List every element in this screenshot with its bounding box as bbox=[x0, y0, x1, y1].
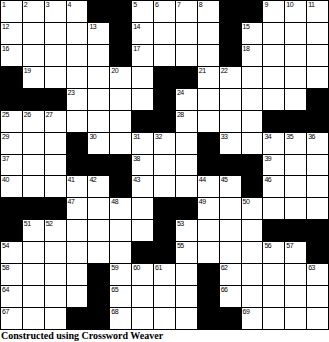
cell-r1c4[interactable]: 4 bbox=[67, 1, 88, 22]
cell-r7c11[interactable]: 33 bbox=[220, 133, 241, 154]
cell-r14c6[interactable]: 65 bbox=[110, 286, 131, 307]
clue-number-48: 48 bbox=[111, 198, 118, 206]
cell-r13c13[interactable] bbox=[263, 264, 284, 285]
black-cell-r6c8 bbox=[154, 111, 175, 132]
black-cell-r6c13 bbox=[263, 111, 284, 132]
cell-r3c4[interactable] bbox=[67, 45, 88, 66]
black-cell-r9c6 bbox=[110, 176, 131, 197]
clue-number-42: 42 bbox=[89, 176, 96, 184]
black-cell-r9c12 bbox=[242, 176, 263, 197]
cell-r11c3[interactable]: 52 bbox=[45, 220, 66, 241]
cell-r13c1[interactable]: 58 bbox=[1, 264, 22, 285]
clue-number-4: 4 bbox=[68, 1, 71, 9]
clue-number-69: 69 bbox=[243, 308, 250, 316]
clue-number-39: 39 bbox=[264, 155, 271, 163]
cell-r6c4[interactable] bbox=[67, 111, 88, 132]
cell-r13c14[interactable] bbox=[285, 264, 306, 285]
clue-number-22: 22 bbox=[221, 67, 228, 75]
cell-r10c10[interactable]: 49 bbox=[198, 198, 219, 219]
cell-r5c13[interactable] bbox=[263, 89, 284, 110]
cell-r1c15[interactable]: 11 bbox=[307, 1, 328, 22]
cell-r1c2[interactable]: 2 bbox=[23, 1, 44, 22]
clue-number-45: 45 bbox=[221, 176, 228, 184]
black-cell-r12c8 bbox=[154, 242, 175, 263]
clue-number-25: 25 bbox=[2, 111, 9, 119]
black-cell-r1c12 bbox=[242, 1, 263, 22]
cell-r13c3[interactable] bbox=[45, 264, 66, 285]
cell-r12c3[interactable] bbox=[45, 242, 66, 263]
black-cell-r8c5 bbox=[88, 155, 109, 176]
cell-r1c9[interactable]: 7 bbox=[176, 1, 197, 22]
cell-r3c10[interactable] bbox=[198, 45, 219, 66]
clue-number-14: 14 bbox=[133, 23, 140, 31]
cell-r3c7[interactable]: 17 bbox=[132, 45, 153, 66]
clue-number-34: 34 bbox=[264, 133, 271, 141]
cell-r14c12[interactable] bbox=[242, 286, 263, 307]
clue-number-62: 62 bbox=[221, 264, 228, 272]
cell-r6c1[interactable]: 25 bbox=[1, 111, 22, 132]
black-cell-r5c1 bbox=[1, 89, 22, 110]
black-cell-r13c10 bbox=[198, 264, 219, 285]
black-cell-r11c15 bbox=[307, 220, 328, 241]
black-cell-r15c5 bbox=[88, 308, 109, 329]
cell-r8c13[interactable]: 39 bbox=[263, 155, 284, 176]
cell-r1c7[interactable]: 5 bbox=[132, 1, 153, 22]
crossword-page: 1234567891011121314151617181920212223242… bbox=[0, 0, 329, 342]
clue-number-26: 26 bbox=[24, 111, 31, 119]
clue-number-36: 36 bbox=[308, 133, 315, 141]
cell-r13c4[interactable] bbox=[67, 264, 88, 285]
clue-number-11: 11 bbox=[308, 1, 314, 9]
cell-r15c12[interactable]: 69 bbox=[242, 308, 263, 329]
cell-r10c6[interactable]: 48 bbox=[110, 198, 131, 219]
cell-r7c9[interactable] bbox=[176, 133, 197, 154]
black-cell-r4c1 bbox=[1, 67, 22, 88]
cell-r15c8[interactable] bbox=[154, 308, 175, 329]
clue-number-31: 31 bbox=[133, 133, 140, 141]
cell-r10c4[interactable]: 47 bbox=[67, 198, 88, 219]
cell-r7c8[interactable]: 32 bbox=[154, 133, 175, 154]
cell-r6c2[interactable]: 26 bbox=[23, 111, 44, 132]
cell-r14c4[interactable] bbox=[67, 286, 88, 307]
black-cell-r12c15 bbox=[307, 242, 328, 263]
cell-r9c14[interactable] bbox=[285, 176, 306, 197]
cell-r1c14[interactable]: 10 bbox=[285, 1, 306, 22]
black-cell-r6c14 bbox=[285, 111, 306, 132]
cell-r6c3[interactable]: 27 bbox=[45, 111, 66, 132]
black-cell-r7c4 bbox=[67, 133, 88, 154]
cell-r6c5[interactable] bbox=[88, 111, 109, 132]
black-cell-r8c6 bbox=[110, 155, 131, 176]
clue-number-17: 17 bbox=[133, 45, 140, 53]
cell-r15c1[interactable]: 67 bbox=[1, 308, 22, 329]
cell-r15c9[interactable] bbox=[176, 308, 197, 329]
clue-number-12: 12 bbox=[2, 23, 9, 31]
cell-r13c2[interactable] bbox=[23, 264, 44, 285]
cell-r4c4[interactable] bbox=[67, 67, 88, 88]
cell-r14c9[interactable] bbox=[176, 286, 197, 307]
cell-r5c10[interactable] bbox=[198, 89, 219, 110]
cell-r12c11[interactable] bbox=[220, 242, 241, 263]
clue-number-47: 47 bbox=[68, 198, 75, 206]
cell-r7c2[interactable] bbox=[23, 133, 44, 154]
cell-r14c11[interactable]: 66 bbox=[220, 286, 241, 307]
cell-r5c4[interactable]: 23 bbox=[67, 89, 88, 110]
clue-number-63: 63 bbox=[308, 264, 315, 272]
cell-r2c2[interactable] bbox=[23, 23, 44, 44]
cell-r11c7[interactable] bbox=[132, 220, 153, 241]
cell-r3c15[interactable] bbox=[307, 45, 328, 66]
black-cell-r10c2 bbox=[23, 198, 44, 219]
clue-number-18: 18 bbox=[243, 45, 250, 53]
cell-r3c14[interactable] bbox=[285, 45, 306, 66]
black-cell-r10c1 bbox=[1, 198, 22, 219]
clue-number-20: 20 bbox=[111, 67, 118, 75]
clue-number-58: 58 bbox=[2, 264, 9, 272]
cell-r13c15[interactable]: 63 bbox=[307, 264, 328, 285]
black-cell-r2c11 bbox=[220, 23, 241, 44]
cell-r15c3[interactable] bbox=[45, 308, 66, 329]
cell-r2c9[interactable] bbox=[176, 23, 197, 44]
black-cell-r1c6 bbox=[110, 1, 131, 22]
black-cell-r4c8 bbox=[154, 67, 175, 88]
black-cell-r5c8 bbox=[154, 89, 175, 110]
clue-number-38: 38 bbox=[133, 155, 140, 163]
cell-r6c12[interactable] bbox=[242, 111, 263, 132]
cell-r2c12[interactable]: 15 bbox=[242, 23, 263, 44]
cell-r1c10[interactable]: 8 bbox=[198, 1, 219, 22]
cell-r4c11[interactable]: 22 bbox=[220, 67, 241, 88]
black-cell-r11c1 bbox=[1, 220, 22, 241]
clue-number-3: 3 bbox=[46, 1, 49, 9]
cell-r9c1[interactable]: 40 bbox=[1, 176, 22, 197]
cell-r3c13[interactable] bbox=[263, 45, 284, 66]
clue-number-24: 24 bbox=[177, 89, 184, 97]
cell-r4c2[interactable]: 19 bbox=[23, 67, 44, 88]
clue-number-13: 13 bbox=[89, 23, 96, 31]
clue-number-15: 15 bbox=[243, 23, 250, 31]
cell-r2c4[interactable] bbox=[67, 23, 88, 44]
cell-r11c4[interactable] bbox=[67, 220, 88, 241]
clue-number-1: 1 bbox=[2, 1, 5, 9]
cell-r7c14[interactable]: 35 bbox=[285, 133, 306, 154]
cell-r14c1[interactable]: 64 bbox=[1, 286, 22, 307]
black-cell-r8c10 bbox=[198, 155, 219, 176]
black-cell-r10c3 bbox=[45, 198, 66, 219]
cell-r5c5[interactable] bbox=[88, 89, 109, 110]
clue-number-67: 67 bbox=[2, 308, 9, 316]
clue-number-43: 43 bbox=[133, 176, 140, 184]
black-cell-r15c4 bbox=[67, 308, 88, 329]
cell-r5c9[interactable]: 24 bbox=[176, 89, 197, 110]
cell-r14c2[interactable] bbox=[23, 286, 44, 307]
cell-r11c9[interactable]: 53 bbox=[176, 220, 197, 241]
black-cell-r10c8 bbox=[154, 198, 175, 219]
black-cell-r8c11 bbox=[220, 155, 241, 176]
cell-r8c2[interactable] bbox=[23, 155, 44, 176]
clue-number-5: 5 bbox=[133, 1, 136, 9]
clue-number-10: 10 bbox=[286, 1, 293, 9]
cell-r2c1[interactable]: 12 bbox=[1, 23, 22, 44]
cell-r7c1[interactable]: 29 bbox=[1, 133, 22, 154]
cell-r5c14[interactable] bbox=[285, 89, 306, 110]
clue-number-49: 49 bbox=[199, 198, 206, 206]
cell-r5c12[interactable] bbox=[242, 89, 263, 110]
cell-r8c1[interactable]: 37 bbox=[1, 155, 22, 176]
cell-r14c13[interactable] bbox=[263, 286, 284, 307]
clue-number-2: 2 bbox=[24, 1, 27, 9]
cell-r3c8[interactable] bbox=[154, 45, 175, 66]
cell-r12c5[interactable] bbox=[88, 242, 109, 263]
cell-r6c9[interactable]: 28 bbox=[176, 111, 197, 132]
black-cell-r11c13 bbox=[263, 220, 284, 241]
cell-r10c13[interactable] bbox=[263, 198, 284, 219]
black-cell-r5c15 bbox=[307, 89, 328, 110]
cell-r12c10[interactable] bbox=[198, 242, 219, 263]
cell-r7c7[interactable]: 31 bbox=[132, 133, 153, 154]
cell-r9c11[interactable]: 45 bbox=[220, 176, 241, 197]
cell-r7c3[interactable] bbox=[45, 133, 66, 154]
clue-number-55: 55 bbox=[177, 242, 184, 250]
clue-number-27: 27 bbox=[46, 111, 53, 119]
cell-r2c10[interactable] bbox=[198, 23, 219, 44]
cell-r11c10[interactable] bbox=[198, 220, 219, 241]
cell-r15c13[interactable] bbox=[263, 308, 284, 329]
clue-number-21: 21 bbox=[199, 67, 206, 75]
cell-r3c3[interactable] bbox=[45, 45, 66, 66]
cell-r10c14[interactable] bbox=[285, 198, 306, 219]
cell-r13c7[interactable]: 60 bbox=[132, 264, 153, 285]
cell-r8c9[interactable] bbox=[176, 155, 197, 176]
cell-r9c13[interactable]: 46 bbox=[263, 176, 284, 197]
cell-r10c11[interactable] bbox=[220, 198, 241, 219]
clue-number-44: 44 bbox=[199, 176, 206, 184]
cell-r14c15[interactable] bbox=[307, 286, 328, 307]
cell-r2c13[interactable] bbox=[263, 23, 284, 44]
clue-number-23: 23 bbox=[68, 89, 75, 97]
clue-number-61: 61 bbox=[155, 264, 162, 272]
cell-r4c10[interactable]: 21 bbox=[198, 67, 219, 88]
clue-number-41: 41 bbox=[68, 176, 75, 184]
cell-r7c15[interactable]: 36 bbox=[307, 133, 328, 154]
black-cell-r13c5 bbox=[88, 264, 109, 285]
caption: Constructed using Crossword Weaver bbox=[1, 330, 329, 342]
cell-r15c14[interactable] bbox=[285, 308, 306, 329]
cell-r8c14[interactable] bbox=[285, 155, 306, 176]
cell-r15c7[interactable] bbox=[132, 308, 153, 329]
cell-r7c12[interactable] bbox=[242, 133, 263, 154]
cell-r3c12[interactable]: 18 bbox=[242, 45, 263, 66]
black-cell-r5c2 bbox=[23, 89, 44, 110]
black-cell-r15c11 bbox=[220, 308, 241, 329]
clue-number-64: 64 bbox=[2, 286, 9, 294]
cell-r6c11[interactable] bbox=[220, 111, 241, 132]
crossword-grid: 1234567891011121314151617181920212223242… bbox=[0, 0, 329, 330]
black-cell-r1c11 bbox=[220, 1, 241, 22]
cell-r13c6[interactable]: 59 bbox=[110, 264, 131, 285]
black-cell-r1c5 bbox=[88, 1, 109, 22]
clue-number-46: 46 bbox=[264, 176, 271, 184]
cell-r10c15[interactable] bbox=[307, 198, 328, 219]
cell-r9c3[interactable] bbox=[45, 176, 66, 197]
clue-number-60: 60 bbox=[133, 264, 140, 272]
cell-r5c11[interactable] bbox=[220, 89, 241, 110]
cell-r8c3[interactable] bbox=[45, 155, 66, 176]
cell-r12c14[interactable]: 57 bbox=[285, 242, 306, 263]
clue-number-65: 65 bbox=[111, 286, 118, 294]
cell-r9c7[interactable]: 43 bbox=[132, 176, 153, 197]
clue-number-29: 29 bbox=[2, 133, 9, 141]
clue-number-16: 16 bbox=[2, 45, 9, 53]
cell-r2c14[interactable] bbox=[285, 23, 306, 44]
cell-r7c13[interactable]: 34 bbox=[263, 133, 284, 154]
cell-r15c6[interactable]: 68 bbox=[110, 308, 131, 329]
clue-number-59: 59 bbox=[111, 264, 118, 272]
cell-r9c15[interactable] bbox=[307, 176, 328, 197]
clue-number-32: 32 bbox=[155, 133, 162, 141]
cell-r4c6[interactable]: 20 bbox=[110, 67, 131, 88]
cell-r4c5[interactable] bbox=[88, 67, 109, 88]
cell-r14c14[interactable] bbox=[285, 286, 306, 307]
black-cell-r11c14 bbox=[285, 220, 306, 241]
black-cell-r10c9 bbox=[176, 198, 197, 219]
cell-r7c5[interactable]: 30 bbox=[88, 133, 109, 154]
black-cell-r14c5 bbox=[88, 286, 109, 307]
cell-r4c7[interactable] bbox=[132, 67, 153, 88]
clue-number-53: 53 bbox=[177, 220, 184, 228]
cell-r12c12[interactable] bbox=[242, 242, 263, 263]
cell-r4c14[interactable] bbox=[285, 67, 306, 88]
cell-r13c9[interactable] bbox=[176, 264, 197, 285]
clue-number-52: 52 bbox=[46, 220, 53, 228]
cell-r15c15[interactable] bbox=[307, 308, 328, 329]
cell-r14c7[interactable] bbox=[132, 286, 153, 307]
cell-r13c8[interactable]: 61 bbox=[154, 264, 175, 285]
cell-r2c3[interactable] bbox=[45, 23, 66, 44]
cell-r8c8[interactable] bbox=[154, 155, 175, 176]
clue-number-30: 30 bbox=[89, 133, 96, 141]
cell-r11c12[interactable] bbox=[242, 220, 263, 241]
cell-r13c11[interactable]: 62 bbox=[220, 264, 241, 285]
cell-r1c3[interactable]: 3 bbox=[45, 1, 66, 22]
cell-r9c9[interactable] bbox=[176, 176, 197, 197]
cell-r6c10[interactable] bbox=[198, 111, 219, 132]
black-cell-r3c11 bbox=[220, 45, 241, 66]
cell-r9c4[interactable]: 41 bbox=[67, 176, 88, 197]
cell-r11c11[interactable] bbox=[220, 220, 241, 241]
cell-r11c6[interactable] bbox=[110, 220, 131, 241]
clue-number-33: 33 bbox=[221, 133, 228, 141]
clue-number-28: 28 bbox=[177, 111, 184, 119]
cell-r8c15[interactable] bbox=[307, 155, 328, 176]
black-cell-r8c4 bbox=[67, 155, 88, 176]
cell-r12c6[interactable] bbox=[110, 242, 131, 263]
cell-r8c7[interactable]: 38 bbox=[132, 155, 153, 176]
cell-r1c8[interactable]: 6 bbox=[154, 1, 175, 22]
cell-r3c9[interactable] bbox=[176, 45, 197, 66]
cell-r4c15[interactable] bbox=[307, 67, 328, 88]
black-cell-r8c12 bbox=[242, 155, 263, 176]
black-cell-r14c10 bbox=[198, 286, 219, 307]
clue-number-68: 68 bbox=[111, 308, 118, 316]
cell-r12c13[interactable]: 56 bbox=[263, 242, 284, 263]
black-cell-r2c6 bbox=[110, 23, 131, 44]
cell-r10c7[interactable] bbox=[132, 198, 153, 219]
cell-r11c5[interactable] bbox=[88, 220, 109, 241]
cell-r9c2[interactable] bbox=[23, 176, 44, 197]
cell-r15c2[interactable] bbox=[23, 308, 44, 329]
cell-r7c6[interactable] bbox=[110, 133, 131, 154]
clue-number-8: 8 bbox=[199, 1, 202, 9]
cell-r3c1[interactable]: 16 bbox=[1, 45, 22, 66]
cell-r4c3[interactable] bbox=[45, 67, 66, 88]
cell-r4c13[interactable] bbox=[263, 67, 284, 88]
black-cell-r7c10 bbox=[198, 133, 219, 154]
clue-number-51: 51 bbox=[24, 220, 31, 228]
cell-r12c4[interactable] bbox=[67, 242, 88, 263]
cell-r12c9[interactable]: 55 bbox=[176, 242, 197, 263]
cell-r13c12[interactable] bbox=[242, 264, 263, 285]
cell-r9c10[interactable]: 44 bbox=[198, 176, 219, 197]
black-cell-r12c7 bbox=[132, 242, 153, 263]
clue-number-50: 50 bbox=[243, 198, 250, 206]
cell-r2c7[interactable]: 14 bbox=[132, 23, 153, 44]
clue-number-7: 7 bbox=[177, 1, 180, 9]
black-cell-r15c10 bbox=[198, 308, 219, 329]
black-cell-r6c15 bbox=[307, 111, 328, 132]
cell-r2c15[interactable] bbox=[307, 23, 328, 44]
cell-r3c2[interactable] bbox=[23, 45, 44, 66]
clue-number-56: 56 bbox=[264, 242, 271, 250]
clue-number-54: 54 bbox=[2, 242, 9, 250]
cell-r9c5[interactable]: 42 bbox=[88, 176, 109, 197]
clue-number-37: 37 bbox=[2, 155, 9, 163]
black-cell-r6c7 bbox=[132, 111, 153, 132]
clue-number-40: 40 bbox=[2, 176, 9, 184]
cell-r3c5[interactable] bbox=[88, 45, 109, 66]
cell-r4c12[interactable] bbox=[242, 67, 263, 88]
clue-number-66: 66 bbox=[221, 286, 228, 294]
cell-r2c8[interactable] bbox=[154, 23, 175, 44]
cell-r1c1[interactable]: 1 bbox=[1, 1, 22, 22]
clue-number-19: 19 bbox=[24, 67, 31, 75]
black-cell-r4c9 bbox=[176, 67, 197, 88]
black-cell-r5c3 bbox=[45, 89, 66, 110]
cell-r2c5[interactable]: 13 bbox=[88, 23, 109, 44]
clue-number-35: 35 bbox=[286, 133, 293, 141]
cell-r10c12[interactable]: 50 bbox=[242, 198, 263, 219]
cell-r14c8[interactable] bbox=[154, 286, 175, 307]
cell-r10c5[interactable] bbox=[88, 198, 109, 219]
black-cell-r3c6 bbox=[110, 45, 131, 66]
cell-r1c13[interactable]: 9 bbox=[263, 1, 284, 22]
clue-number-6: 6 bbox=[155, 1, 158, 9]
cell-r9c8[interactable] bbox=[154, 176, 175, 197]
cell-r12c2[interactable] bbox=[23, 242, 44, 263]
cell-r11c2[interactable]: 51 bbox=[23, 220, 44, 241]
clue-number-57: 57 bbox=[286, 242, 293, 250]
cell-r5c6[interactable] bbox=[110, 89, 131, 110]
cell-r6c6[interactable] bbox=[110, 111, 131, 132]
black-cell-r11c8 bbox=[154, 220, 175, 241]
cell-r12c1[interactable]: 54 bbox=[1, 242, 22, 263]
cell-r5c7[interactable] bbox=[132, 89, 153, 110]
clue-number-9: 9 bbox=[264, 1, 267, 9]
cell-r14c3[interactable] bbox=[45, 286, 66, 307]
